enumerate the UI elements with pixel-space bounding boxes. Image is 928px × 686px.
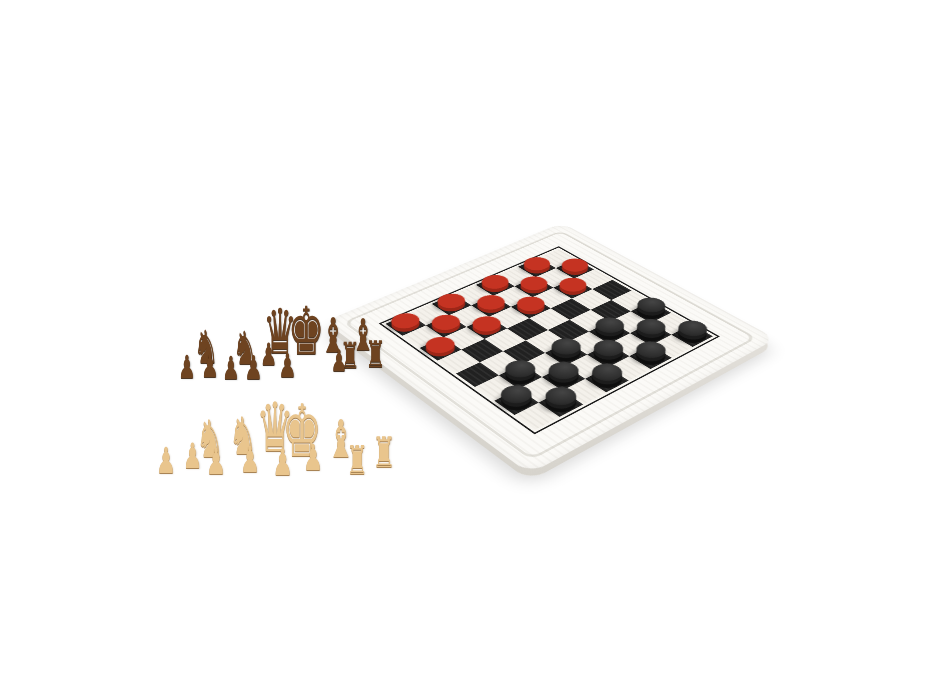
chess-piece-light-pawn[interactable]: ♟ (239, 442, 261, 478)
chess-piece-light-pawn[interactable]: ♟ (205, 444, 227, 480)
chess-piece-light-pawn[interactable]: ♟ (181, 439, 203, 474)
chess-piece-light-pawn[interactable]: ♟ (155, 443, 177, 479)
chess-piece-light-pawn[interactable]: ♟ (271, 444, 294, 481)
chess-piece-light-pawn[interactable]: ♟ (302, 440, 324, 476)
chess-piece-dark-pawn[interactable]: ♟ (277, 349, 297, 382)
chess-piece-light-rook[interactable]: ♜ (345, 440, 370, 480)
chess-piece-dark-pawn[interactable]: ♟ (177, 351, 197, 383)
checker-red[interactable] (467, 317, 506, 338)
chess-piece-dark-pawn[interactable]: ♟ (221, 352, 241, 384)
chess-piece-dark-pawn[interactable]: ♟ (330, 346, 349, 376)
chess-piece-light-rook[interactable]: ♜ (371, 432, 397, 474)
chess-piece-dark-rook[interactable]: ♜ (364, 336, 387, 373)
chess-piece-dark-pawn[interactable]: ♟ (200, 350, 220, 382)
product-photo-scene: ♝♝♛♚♞♞♟♜♜♟♟♟♟♟♟ ♛♞♚♞♝♜♟♟♟♟♜♟♟ (0, 0, 928, 686)
chess-piece-dark-pawn[interactable]: ♟ (243, 351, 263, 384)
